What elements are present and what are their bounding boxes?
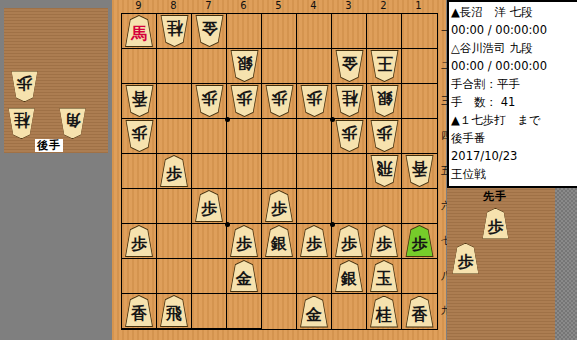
gote-piece: 歩 xyxy=(265,85,294,117)
gote-piece: 銀 xyxy=(230,50,259,82)
square-6-4 xyxy=(227,119,262,154)
sente-hand-piece: 歩 xyxy=(482,208,509,239)
square-4-7: 歩 xyxy=(297,224,332,259)
square-8-9: 飛 xyxy=(157,294,192,329)
square-5-6: 歩 xyxy=(262,189,297,224)
gote-piece: 歩 xyxy=(230,85,259,117)
info-line: 手合割：平手 xyxy=(451,75,577,93)
square-3-7: 歩 xyxy=(332,224,367,259)
square-1-5: 香 xyxy=(402,154,437,189)
desktop-background-checker xyxy=(555,188,577,340)
gote-piece: 歩 xyxy=(195,85,224,117)
square-4-8 xyxy=(297,259,332,294)
square-2-6 xyxy=(367,189,402,224)
square-4-6 xyxy=(297,189,332,224)
gote-piece: 歩 xyxy=(300,85,329,117)
square-8-1: 桂 xyxy=(157,14,192,49)
square-9-2 xyxy=(122,49,157,84)
square-8-3 xyxy=(157,84,192,119)
square-7-3: 歩 xyxy=(192,84,227,119)
file-label: 4 xyxy=(296,0,331,12)
gote-piece: 飛 xyxy=(370,155,399,187)
sente-piece: 飛 xyxy=(160,295,189,327)
info-line: 後手番 xyxy=(451,129,577,147)
sente-piece: 歩 xyxy=(300,225,329,257)
star-point xyxy=(330,117,335,122)
square-9-8 xyxy=(122,259,157,294)
star-point xyxy=(225,222,230,227)
info-line: 00:00 / 00:00:00 xyxy=(451,21,577,39)
square-2-9: 桂 xyxy=(367,294,402,329)
square-7-7 xyxy=(192,224,227,259)
square-4-4 xyxy=(297,119,332,154)
file-label: 5 xyxy=(261,0,296,12)
square-2-4: 歩 xyxy=(367,119,402,154)
square-3-1 xyxy=(332,14,367,49)
sente-piece: 香 xyxy=(405,296,434,328)
info-line: ▲１七歩打 まで xyxy=(451,111,577,129)
square-7-2 xyxy=(192,49,227,84)
sente-piece: 歩 xyxy=(370,225,399,257)
square-6-5 xyxy=(227,154,262,189)
square-3-8: 銀 xyxy=(332,259,367,294)
gote-piece: 桂 xyxy=(335,85,364,117)
square-1-2 xyxy=(402,49,437,84)
file-label: 9 xyxy=(121,0,156,12)
shogi-board: 987654321 一二三四五六七八九 馬桂金銀金王香歩歩歩歩桂銀歩歩歩歩飛香歩… xyxy=(112,0,446,340)
info-line: 00:00 / 00:00:00 xyxy=(451,57,577,75)
square-8-4 xyxy=(157,119,192,154)
file-coordinate-labels: 987654321 xyxy=(121,0,436,12)
square-1-4 xyxy=(402,119,437,154)
gote-piece: 歩 xyxy=(335,120,364,152)
file-label: 3 xyxy=(331,0,366,12)
board-grid: 馬桂金銀金王香歩歩歩歩桂銀歩歩歩歩飛香歩歩歩歩銀歩歩歩歩金銀玉香飛金桂香 xyxy=(121,13,438,330)
square-1-1 xyxy=(402,14,437,49)
square-1-9: 香 xyxy=(402,294,437,329)
square-2-8: 玉 xyxy=(367,259,402,294)
square-4-1 xyxy=(297,14,332,49)
square-6-8: 金 xyxy=(227,259,262,294)
sente-piece: 桂 xyxy=(370,296,399,328)
gote-piece: 歩 xyxy=(370,120,399,152)
gote-piece: 銀 xyxy=(370,85,399,117)
square-7-1: 金 xyxy=(192,14,227,49)
sente-piece: 歩 xyxy=(160,155,189,187)
square-3-2: 金 xyxy=(332,49,367,84)
square-2-3: 銀 xyxy=(367,84,402,119)
sente-piece: 銀 xyxy=(335,260,364,292)
sente-piece: 歩 xyxy=(335,225,364,257)
square-3-6 xyxy=(332,189,367,224)
sente-promoted-piece: 馬 xyxy=(125,15,154,47)
sente-piece: 歩 xyxy=(452,243,479,274)
info-line: 手 数： 41 xyxy=(451,93,577,111)
gote-piece: 金 xyxy=(195,15,224,47)
square-2-1 xyxy=(367,14,402,49)
square-5-8 xyxy=(262,259,297,294)
info-line: 王位戦 xyxy=(451,165,577,183)
square-5-2 xyxy=(262,49,297,84)
square-5-5 xyxy=(262,154,297,189)
gote-piece: 王 xyxy=(370,50,399,82)
square-6-1 xyxy=(227,14,262,49)
square-9-7: 歩 xyxy=(122,224,157,259)
sente-stand-label: 先手 xyxy=(483,190,507,203)
square-7-5 xyxy=(192,154,227,189)
sente-piece: 香 xyxy=(125,295,154,327)
gote-piece: 香 xyxy=(405,155,434,187)
sente-piece: 歩 xyxy=(195,190,224,222)
square-9-1: 馬 xyxy=(122,14,157,49)
sente-piece: 歩 xyxy=(405,225,434,257)
sente-piece: 歩 xyxy=(482,208,509,239)
sente-captured-stand: 先手 歩歩 xyxy=(447,188,555,340)
star-point xyxy=(330,222,335,227)
file-label: 6 xyxy=(226,0,261,12)
square-7-4 xyxy=(192,119,227,154)
square-8-6 xyxy=(157,189,192,224)
square-7-6: 歩 xyxy=(192,189,227,224)
info-line: ▲長沼 洋 七段 xyxy=(451,3,577,21)
square-1-6 xyxy=(402,189,437,224)
file-label: 8 xyxy=(156,0,191,12)
square-6-3: 歩 xyxy=(227,84,262,119)
gote-piece: 香 xyxy=(125,85,154,117)
gote-piece: 角 xyxy=(59,108,86,139)
sente-piece: 金 xyxy=(230,260,259,292)
square-3-3: 桂 xyxy=(332,84,367,119)
sente-piece: 銀 xyxy=(265,225,294,257)
info-line: △谷川浩司 九段 xyxy=(451,39,577,57)
square-9-6 xyxy=(122,189,157,224)
file-label: 2 xyxy=(366,0,401,12)
square-4-9: 金 xyxy=(297,294,332,329)
gote-piece: 金 xyxy=(335,50,364,82)
square-4-2 xyxy=(297,49,332,84)
info-line: 2017/10/23 xyxy=(451,147,577,165)
square-8-7 xyxy=(157,224,192,259)
square-9-4: 歩 xyxy=(122,119,157,154)
square-1-7: 歩 xyxy=(402,224,437,259)
gote-hand-piece: 桂 xyxy=(8,108,35,139)
square-3-4: 歩 xyxy=(332,119,367,154)
sente-piece: 金 xyxy=(300,296,329,328)
square-8-8 xyxy=(157,259,192,294)
star-point xyxy=(225,117,230,122)
square-2-2: 王 xyxy=(367,49,402,84)
square-9-5 xyxy=(122,154,157,189)
square-2-5: 飛 xyxy=(367,154,402,189)
square-8-2 xyxy=(157,49,192,84)
square-5-4 xyxy=(262,119,297,154)
square-8-5: 歩 xyxy=(157,154,192,189)
square-1-8 xyxy=(402,259,437,294)
gote-piece: 歩 xyxy=(125,120,154,152)
file-label: 7 xyxy=(191,0,226,12)
square-9-3: 香 xyxy=(122,84,157,119)
sente-piece: 歩 xyxy=(125,225,154,257)
gote-hand-piece: 角 xyxy=(59,108,86,139)
sente-hand-piece: 歩 xyxy=(452,243,479,274)
square-5-3: 歩 xyxy=(262,84,297,119)
file-label: 1 xyxy=(401,0,436,12)
square-5-7: 銀 xyxy=(262,224,297,259)
square-4-5 xyxy=(297,154,332,189)
square-6-9 xyxy=(227,294,262,329)
sente-piece: 歩 xyxy=(230,225,259,257)
gote-piece: 歩 xyxy=(11,71,38,102)
sente-piece: 歩 xyxy=(265,190,294,222)
square-6-6 xyxy=(227,189,262,224)
sente-piece: 玉 xyxy=(370,260,399,292)
gote-piece: 桂 xyxy=(8,108,35,139)
gote-stand-label: 後手 xyxy=(35,139,63,152)
square-7-9 xyxy=(192,294,227,329)
gote-captured-stand: 後手 歩桂角 xyxy=(4,8,108,153)
square-1-3 xyxy=(402,84,437,119)
square-5-9 xyxy=(262,294,297,329)
square-6-7: 歩 xyxy=(227,224,262,259)
game-info-panel: ▲長沼 洋 七段00:00 / 00:00:00△谷川浩司 九段00:00 / … xyxy=(447,0,577,188)
gote-piece: 桂 xyxy=(160,15,189,47)
square-2-7: 歩 xyxy=(367,224,402,259)
square-6-2: 銀 xyxy=(227,49,262,84)
square-4-3: 歩 xyxy=(297,84,332,119)
square-3-9 xyxy=(332,294,367,329)
square-5-1 xyxy=(262,14,297,49)
square-3-5 xyxy=(332,154,367,189)
square-9-9: 香 xyxy=(122,294,157,329)
gote-hand-piece: 歩 xyxy=(11,71,38,102)
square-7-8 xyxy=(192,259,227,294)
